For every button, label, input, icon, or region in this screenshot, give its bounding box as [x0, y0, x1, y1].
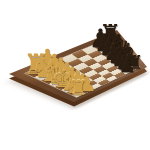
pieces-layer: ♜♞♝♛♚♝♞♜♟♟♟♟♟♟♟♟♟♟♟♟♟♟♟♟♜♞♝♛♚♝♞♜: [0, 0, 150, 150]
chess-set-photo: ♜♞♝♛♚♝♞♜♟♟♟♟♟♟♟♟♟♟♟♟♟♟♟♟♜♞♝♛♚♝♞♜: [0, 0, 150, 150]
piece-white-rook-h1: ♜: [69, 78, 88, 99]
piece-black-pawn-h7: ♟: [119, 56, 136, 75]
